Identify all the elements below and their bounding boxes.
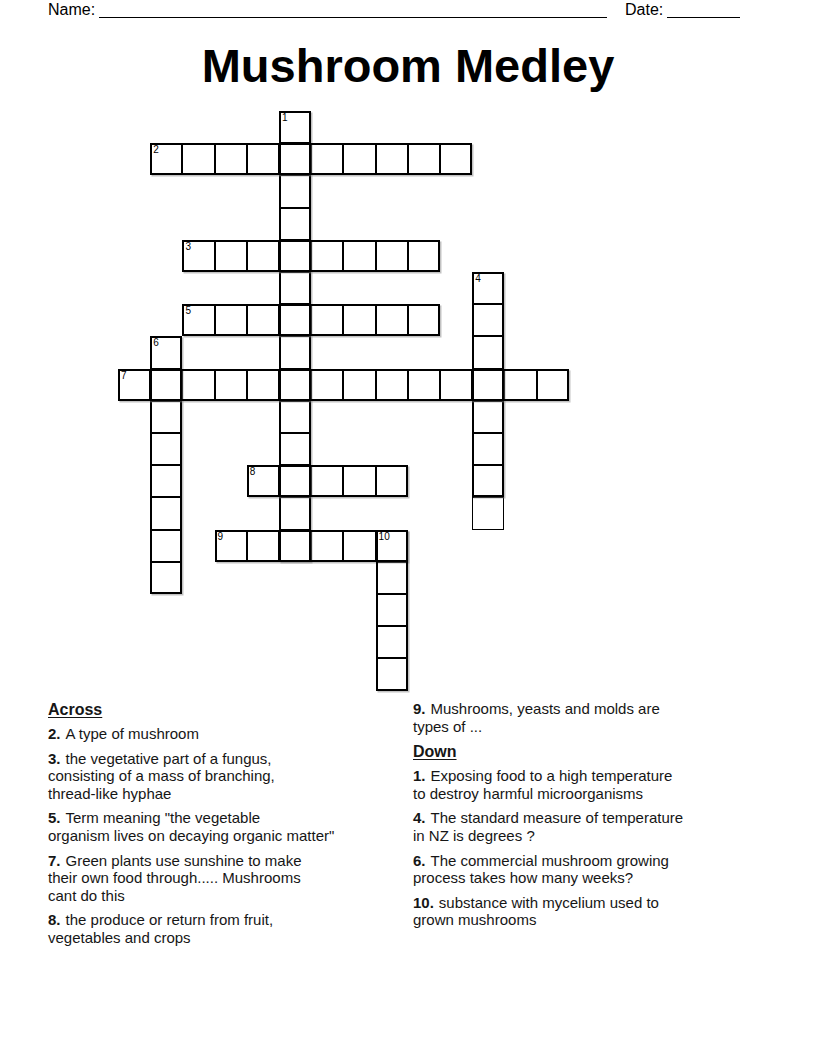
clue-list-number: 6. — [413, 852, 426, 869]
cell-r1c9[interactable] — [408, 143, 440, 175]
cell-r6c2[interactable] — [182, 304, 214, 336]
clue-text: Mushrooms, yeasts and molds are types of… — [413, 700, 660, 735]
cell-r6c6[interactable] — [311, 304, 343, 336]
cell-r11c1[interactable] — [150, 465, 182, 497]
cell-r8c11[interactable] — [472, 369, 504, 401]
clue-lists: Across2.A type of mushroom3.the vegetati… — [48, 700, 792, 954]
cell-r8c12[interactable] — [504, 369, 536, 401]
cell-r10c1[interactable] — [150, 433, 182, 465]
crossword-worksheet-page: { "game": "crossword", "header": { "name… — [0, 0, 816, 1056]
clue-text: the vegetative part of a fungus, consist… — [48, 750, 275, 802]
cell-r1c7[interactable] — [343, 143, 375, 175]
cell-r13c6[interactable] — [311, 530, 343, 562]
page-title: Mushroom Medley — [0, 38, 816, 93]
clues-column-right: 9.Mushrooms, yeasts and molds are types … — [413, 700, 792, 954]
cell-r4c4[interactable] — [247, 240, 279, 272]
cell-r5c11[interactable] — [472, 272, 504, 304]
cell-r11c4[interactable] — [247, 465, 279, 497]
cell-r6c5[interactable] — [279, 304, 311, 336]
cell-r14c1[interactable] — [150, 562, 182, 594]
date-blank-line[interactable] — [667, 17, 740, 18]
cell-r8c4[interactable] — [247, 369, 279, 401]
cell-r4c2[interactable] — [182, 240, 214, 272]
clue-list-number: 10. — [413, 894, 434, 911]
cell-r8c13[interactable] — [537, 369, 569, 401]
cell-r1c1[interactable] — [150, 143, 182, 175]
clue-text: Exposing food to a high temperature to d… — [413, 767, 672, 802]
clue-list-number: 9. — [413, 700, 426, 717]
date-label: Date: — [625, 1, 663, 19]
cell-r8c2[interactable] — [182, 369, 214, 401]
clue-8: 8.the produce or return from fruit, vege… — [48, 911, 413, 946]
clue-6: 6.The commercial mushroom growing proces… — [413, 852, 792, 887]
cell-r6c3[interactable] — [215, 304, 247, 336]
cell-r6c9[interactable] — [408, 304, 440, 336]
clue-list-number: 5. — [48, 809, 61, 826]
cell-r4c9[interactable] — [408, 240, 440, 272]
cell-r13c5[interactable] — [279, 530, 311, 562]
cell-r6c8[interactable] — [376, 304, 408, 336]
cell-r10c5[interactable] — [279, 433, 311, 465]
clue-text: Term meaning "the vegetable organism liv… — [48, 809, 334, 844]
clue-text: The commercial mushroom growing process … — [413, 852, 669, 887]
cell-r1c10[interactable] — [440, 143, 472, 175]
clue-text: A type of mushroom — [66, 725, 199, 742]
cell-r8c3[interactable] — [215, 369, 247, 401]
cell-r13c4[interactable] — [247, 530, 279, 562]
cell-r1c8[interactable] — [376, 143, 408, 175]
clue-9: 9.Mushrooms, yeasts and molds are types … — [413, 700, 792, 735]
clue-text: Green plants use sunshine to make their … — [48, 852, 302, 904]
cell-r8c5[interactable] — [279, 369, 311, 401]
cell-r12c1[interactable] — [150, 497, 182, 529]
down-heading: Down — [413, 742, 792, 761]
cell-r11c7[interactable] — [343, 465, 375, 497]
cell-r9c5[interactable] — [279, 401, 311, 433]
clue-list-number: 7. — [48, 852, 61, 869]
cell-r8c6[interactable] — [311, 369, 343, 401]
cell-r4c5[interactable] — [279, 240, 311, 272]
cell-r16c8[interactable] — [376, 626, 408, 658]
cell-r13c3[interactable] — [215, 530, 247, 562]
cell-r9c1[interactable] — [150, 401, 182, 433]
cell-r11c11[interactable] — [472, 465, 504, 497]
clue-list-number: 3. — [48, 750, 61, 767]
cell-r1c4[interactable] — [247, 143, 279, 175]
cell-r6c11[interactable] — [472, 304, 504, 336]
cell-r12c5[interactable] — [279, 497, 311, 529]
cell-r14c8[interactable] — [376, 562, 408, 594]
cell-r4c6[interactable] — [311, 240, 343, 272]
cell-r13c7[interactable] — [343, 530, 375, 562]
clue-text: substance with mycelium used to grown mu… — [413, 894, 659, 929]
cell-r15c8[interactable] — [376, 594, 408, 626]
cell-r4c3[interactable] — [215, 240, 247, 272]
cell-r11c6[interactable] — [311, 465, 343, 497]
cell-r5c5[interactable] — [279, 272, 311, 304]
cell-r8c8[interactable] — [376, 369, 408, 401]
cell-r4c7[interactable] — [343, 240, 375, 272]
cell-r8c9[interactable] — [408, 369, 440, 401]
cell-r0c5[interactable] — [279, 111, 311, 143]
cell-r1c6[interactable] — [311, 143, 343, 175]
cell-r4c8[interactable] — [376, 240, 408, 272]
cell-r11c5[interactable] — [279, 465, 311, 497]
clue-list-number: 8. — [48, 911, 61, 928]
name-blank-line[interactable] — [99, 17, 607, 18]
clue-list-number: 1. — [413, 767, 426, 784]
cell-r13c8[interactable] — [376, 530, 408, 562]
clue-list-number: 4. — [413, 809, 426, 826]
cell-r2c5[interactable] — [279, 175, 311, 207]
clue-text: The standard measure of temperature in N… — [413, 809, 683, 844]
cell-r6c4[interactable] — [247, 304, 279, 336]
clue-7: 7.Green plants use sunshine to make thei… — [48, 852, 413, 905]
cell-r7c5[interactable] — [279, 336, 311, 368]
clues-column-left: Across2.A type of mushroom3.the vegetati… — [48, 700, 413, 954]
clue-10: 10.substance with mycelium used to grown… — [413, 894, 792, 929]
clue-list-number: 2. — [48, 725, 61, 742]
cell-r1c2[interactable] — [182, 143, 214, 175]
cell-r8c7[interactable] — [343, 369, 375, 401]
clue-text: the produce or return from fruit, vegeta… — [48, 911, 273, 946]
clue-1: 1.Exposing food to a high temperature to… — [413, 767, 792, 802]
cell-r7c11[interactable] — [472, 336, 504, 368]
cell-r10c11[interactable] — [472, 433, 504, 465]
cell-r1c5[interactable] — [279, 143, 311, 175]
across-heading: Across — [48, 700, 413, 719]
cell-r9c11[interactable] — [472, 401, 504, 433]
name-label: Name: — [48, 1, 95, 19]
cell-r1c3[interactable] — [215, 143, 247, 175]
cell-r11c8[interactable] — [376, 465, 408, 497]
cell-r3c5[interactable] — [279, 208, 311, 240]
clue-5: 5.Term meaning "the vegetable organism l… — [48, 809, 413, 844]
cell-r12c11[interactable] — [472, 497, 504, 529]
cell-r6c7[interactable] — [343, 304, 375, 336]
clue-4: 4.The standard measure of temperature in… — [413, 809, 792, 844]
cell-r13c1[interactable] — [150, 530, 182, 562]
clue-3: 3.the vegetative part of a fungus, consi… — [48, 750, 413, 803]
cell-r8c0[interactable] — [118, 369, 150, 401]
cell-r7c1[interactable] — [150, 336, 182, 368]
cell-r8c10[interactable] — [440, 369, 472, 401]
crossword-grid: 12345678910 — [118, 111, 569, 691]
cell-r17c8[interactable] — [376, 658, 408, 690]
cell-r8c1[interactable] — [150, 369, 182, 401]
clue-2: 2.A type of mushroom — [48, 725, 413, 743]
